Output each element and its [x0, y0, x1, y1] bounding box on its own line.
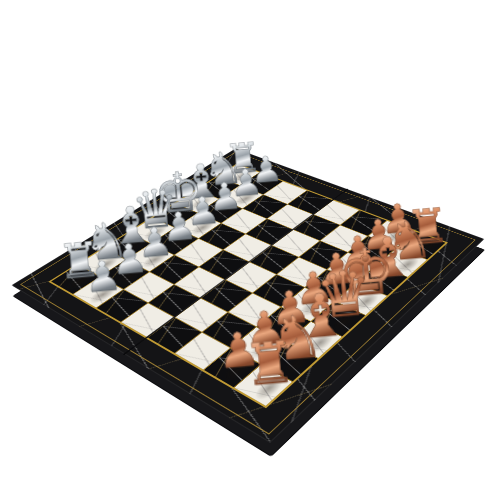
square-r2c7 — [264, 182, 307, 204]
silver-king: ♚ — [147, 166, 210, 221]
square-r0c7: ♜ — [218, 164, 259, 185]
silver-pawn: ♟ — [96, 238, 164, 281]
piece-shadow — [372, 272, 404, 294]
square-r2c4 — [199, 224, 245, 250]
square-r0c3: ♛ — [129, 218, 174, 243]
square-r1c4: ♟ — [175, 214, 220, 239]
silver-queen: ♛ — [124, 182, 188, 235]
piece-shadow — [187, 195, 216, 211]
piece-shadow — [272, 315, 307, 339]
piece-glyph: ♝ — [107, 201, 156, 251]
piece-glyph: ♞ — [82, 217, 131, 267]
piece-shadow — [412, 238, 442, 258]
silver-pawn: ♟ — [171, 192, 234, 232]
square-r0c5: ♝ — [176, 190, 219, 213]
piece-glyph: ♟ — [229, 165, 264, 201]
square-r5c5 — [299, 241, 347, 269]
piece-shadow — [350, 290, 383, 313]
square-r1c2: ♟ — [127, 244, 174, 272]
silver-pawn: ♟ — [237, 151, 296, 188]
copper-pawn: ♟ — [345, 214, 412, 256]
piece-glyph: ♜ — [405, 203, 451, 250]
copper-pawn: ♟ — [365, 198, 431, 239]
piece-glyph: ♟ — [161, 207, 198, 245]
piece-shadow — [392, 254, 423, 275]
piece-glyph: ♟ — [207, 179, 243, 216]
piece-glyph: ♞ — [201, 147, 245, 192]
square-r2c0 — [97, 290, 148, 322]
piece-glyph: ♟ — [338, 231, 378, 272]
silver-bishop: ♝ — [99, 200, 164, 251]
product-photo: Product photo on a plain white backgroun… — [0, 0, 500, 500]
piece-shadow — [229, 169, 256, 184]
square-r3c7 — [288, 191, 332, 214]
square-r2c3 — [175, 239, 222, 266]
square-r3c3 — [200, 251, 248, 279]
square-r3c6 — [268, 205, 313, 229]
square-r1c6: ♟ — [220, 186, 263, 209]
piece-shadow — [303, 330, 338, 356]
silver-bishop: ♝ — [171, 158, 232, 206]
piece-shadow — [90, 254, 122, 274]
piece-glyph: ♟ — [359, 215, 398, 255]
piece-shadow — [382, 227, 411, 246]
playing-field: ♜♞♝♛♚♝♞♜♟♟♟♟♟♟♟♟♟♟♟♟♟♟♟♟♜♞♝♛♚♝♞♜ — [48, 163, 448, 408]
piece-shadow — [250, 374, 288, 403]
piece-glyph: ♝ — [179, 159, 225, 205]
piece-glyph: ♛ — [130, 183, 181, 235]
copper-rook: ♜ — [394, 202, 462, 251]
square-r4c5 — [272, 230, 319, 257]
square-r6c7: ♟ — [368, 221, 415, 247]
square-r3c5 — [246, 219, 292, 245]
square-r4c6 — [293, 215, 339, 241]
silver-pawn: ♟ — [216, 164, 276, 202]
square-r5c6 — [320, 225, 367, 252]
square-r5c7 — [340, 210, 386, 235]
silver-knight: ♞ — [73, 216, 140, 268]
silver-rook: ♜ — [214, 137, 272, 179]
piece-shadow — [208, 182, 236, 198]
square-r4c3 — [226, 262, 275, 292]
piece-shadow — [141, 223, 171, 241]
piece-glyph: ♟ — [185, 193, 222, 230]
square-r2c6 — [243, 195, 287, 219]
piece-shadow — [231, 191, 259, 207]
piece-glyph: ♟ — [136, 223, 174, 262]
piece-shadow — [277, 351, 313, 378]
scene: ♜♞♝♛♚♝♞♜♟♟♟♟♟♟♟♟♟♟♟♟♟♟♟♟♜♞♝♛♚♝♞♜ — [0, 0, 500, 500]
piece-shadow — [187, 219, 217, 237]
copper-bishop: ♝ — [352, 230, 424, 286]
piece-shadow — [139, 250, 171, 270]
silver-pawn: ♟ — [122, 222, 188, 264]
square-r1c5: ♟ — [198, 199, 242, 223]
copper-knight: ♞ — [374, 215, 444, 269]
piece-shadow — [327, 309, 361, 333]
square-r3c4 — [224, 235, 271, 262]
square-r0c0: ♜ — [51, 265, 99, 294]
piece-shadow — [164, 234, 195, 253]
square-r0c1: ♞ — [78, 248, 125, 276]
piece-glyph: ♚ — [152, 166, 205, 220]
piece-shadow — [362, 242, 392, 262]
piece-glyph: ♟ — [110, 239, 149, 279]
square-r1c3: ♟ — [152, 228, 198, 254]
piece-shadow — [164, 209, 194, 226]
piece-shadow — [252, 177, 279, 192]
square-r0c2: ♝ — [104, 233, 150, 259]
square-r0c6: ♞ — [197, 177, 239, 199]
piece-shadow — [210, 204, 239, 221]
silver-pawn: ♟ — [194, 177, 256, 216]
camera-tilt: ♜♞♝♛♚♝♞♜♟♟♟♟♟♟♟♟♟♟♟♟♟♟♟♟♜♞♝♛♚♝♞♜ — [0, 0, 500, 500]
chess-board: ♜♞♝♛♚♝♞♜♟♟♟♟♟♟♟♟♟♟♟♟♟♟♟♟♜♞♝♛♚♝♞♜ — [11, 148, 484, 443]
piece-glyph: ♟ — [379, 199, 417, 238]
silver-pawn: ♟ — [147, 206, 211, 247]
piece-glyph: ♟ — [249, 152, 283, 187]
square-r4c7 — [314, 200, 359, 224]
square-r1c7: ♟ — [240, 173, 282, 195]
piece-shadow — [116, 239, 147, 258]
piece-glyph: ♜ — [223, 138, 262, 178]
silver-knight: ♞ — [193, 146, 253, 192]
square-r2c5 — [222, 209, 267, 234]
square-r0c4: ♚ — [153, 204, 197, 228]
